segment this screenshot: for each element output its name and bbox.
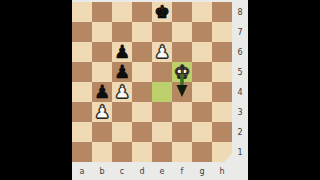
- letterbox-left: [0, 0, 72, 180]
- square-b8[interactable]: [92, 2, 112, 22]
- square-g2[interactable]: [192, 122, 212, 142]
- rank-label-5: 5: [232, 62, 248, 82]
- square-d2[interactable]: [132, 122, 152, 142]
- file-label-e: e: [152, 162, 172, 180]
- square-a1[interactable]: [72, 142, 92, 162]
- square-d6[interactable]: [132, 42, 152, 62]
- square-a2[interactable]: [72, 122, 92, 142]
- rank-label-4: 4: [232, 82, 248, 102]
- square-f8[interactable]: [172, 2, 192, 22]
- white-pawn[interactable]: ♟: [112, 82, 132, 102]
- square-b1[interactable]: [92, 142, 112, 162]
- square-b3[interactable]: ♟: [92, 102, 112, 122]
- board-panel: ♚♟♟♟♚♟♟♟ abcdefgh 87654321: [72, 0, 248, 180]
- square-b5[interactable]: [92, 62, 112, 82]
- square-d7[interactable]: [132, 22, 152, 42]
- square-c8[interactable]: [112, 2, 132, 22]
- square-h6[interactable]: [212, 42, 232, 62]
- square-a3[interactable]: [72, 102, 92, 122]
- white-pawn[interactable]: ♟: [152, 42, 172, 62]
- square-b6[interactable]: [92, 42, 112, 62]
- square-e7[interactable]: [152, 22, 172, 42]
- letterbox-right: [248, 0, 320, 180]
- square-g5[interactable]: [192, 62, 212, 82]
- square-f2[interactable]: [172, 122, 192, 142]
- square-g7[interactable]: [192, 22, 212, 42]
- square-e2[interactable]: [152, 122, 172, 142]
- rank-label-8: 8: [232, 2, 248, 22]
- rank-label-7: 7: [232, 22, 248, 42]
- square-b7[interactable]: [92, 22, 112, 42]
- square-h7[interactable]: [212, 22, 232, 42]
- square-g1[interactable]: [192, 142, 212, 162]
- board-resize-corner: [224, 154, 232, 162]
- square-h2[interactable]: [212, 122, 232, 142]
- file-label-c: c: [112, 162, 132, 180]
- square-f6[interactable]: [172, 42, 192, 62]
- square-f4[interactable]: [172, 82, 192, 102]
- file-label-a: a: [72, 162, 92, 180]
- square-c5[interactable]: ♟: [112, 62, 132, 82]
- black-pawn[interactable]: ♟: [112, 62, 132, 82]
- file-label-b: b: [92, 162, 112, 180]
- file-labels: abcdefgh: [72, 162, 232, 180]
- rank-label-6: 6: [232, 42, 248, 62]
- square-d3[interactable]: [132, 102, 152, 122]
- square-d5[interactable]: [132, 62, 152, 82]
- file-label-f: f: [172, 162, 192, 180]
- square-e6[interactable]: ♟: [152, 42, 172, 62]
- white-pawn[interactable]: ♟: [92, 102, 112, 122]
- rank-label-1: 1: [232, 142, 248, 162]
- square-b2[interactable]: [92, 122, 112, 142]
- square-d8[interactable]: [132, 2, 152, 22]
- square-d4[interactable]: [132, 82, 152, 102]
- file-label-d: d: [132, 162, 152, 180]
- square-a5[interactable]: [72, 62, 92, 82]
- white-king[interactable]: ♚: [172, 62, 192, 82]
- square-c6[interactable]: ♟: [112, 42, 132, 62]
- square-g4[interactable]: [192, 82, 212, 102]
- black-pawn[interactable]: ♟: [112, 42, 132, 62]
- square-e1[interactable]: [152, 142, 172, 162]
- square-c4[interactable]: ♟: [112, 82, 132, 102]
- square-e4[interactable]: [152, 82, 172, 102]
- square-b4[interactable]: ♟: [92, 82, 112, 102]
- square-a4[interactable]: [72, 82, 92, 102]
- square-f7[interactable]: [172, 22, 192, 42]
- file-label-g: g: [192, 162, 212, 180]
- black-king[interactable]: ♚: [152, 2, 172, 22]
- square-h5[interactable]: [212, 62, 232, 82]
- square-c3[interactable]: [112, 102, 132, 122]
- square-f3[interactable]: [172, 102, 192, 122]
- square-c7[interactable]: [112, 22, 132, 42]
- square-a6[interactable]: [72, 42, 92, 62]
- square-e5[interactable]: [152, 62, 172, 82]
- square-a8[interactable]: [72, 2, 92, 22]
- square-e8[interactable]: ♚: [152, 2, 172, 22]
- square-c2[interactable]: [112, 122, 132, 142]
- rank-label-3: 3: [232, 102, 248, 122]
- square-e3[interactable]: [152, 102, 172, 122]
- square-h8[interactable]: [212, 2, 232, 22]
- square-c1[interactable]: [112, 142, 132, 162]
- square-h3[interactable]: [212, 102, 232, 122]
- square-f1[interactable]: [172, 142, 192, 162]
- square-g3[interactable]: [192, 102, 212, 122]
- square-d1[interactable]: [132, 142, 152, 162]
- rank-label-2: 2: [232, 122, 248, 142]
- square-f5[interactable]: ♚: [172, 62, 192, 82]
- square-g6[interactable]: [192, 42, 212, 62]
- square-h4[interactable]: [212, 82, 232, 102]
- square-g8[interactable]: [192, 2, 212, 22]
- square-a7[interactable]: [72, 22, 92, 42]
- file-label-h: h: [212, 162, 232, 180]
- chess-board[interactable]: ♚♟♟♟♚♟♟♟: [72, 2, 232, 162]
- black-pawn[interactable]: ♟: [92, 82, 112, 102]
- rank-labels: 87654321: [232, 2, 248, 162]
- chess-app-screenshot: ♚♟♟♟♚♟♟♟ abcdefgh 87654321: [0, 0, 320, 180]
